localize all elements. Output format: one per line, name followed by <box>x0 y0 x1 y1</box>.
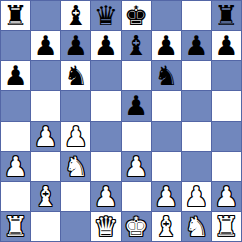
piece-white-pawn[interactable]: ♟ <box>154 183 178 210</box>
square-f3[interactable] <box>152 152 181 181</box>
piece-white-pawn[interactable]: ♟ <box>64 123 88 150</box>
square-g5[interactable] <box>182 91 211 120</box>
square-h8[interactable]: ♜ <box>212 1 241 30</box>
square-f7[interactable]: ♟ <box>152 31 181 60</box>
piece-black-king[interactable]: ♚ <box>124 2 148 29</box>
square-d5[interactable] <box>91 91 120 120</box>
piece-black-pawn[interactable]: ♟ <box>184 32 208 59</box>
piece-black-rook[interactable]: ♜ <box>214 2 238 29</box>
square-h5[interactable] <box>212 91 241 120</box>
square-h6[interactable] <box>212 61 241 90</box>
square-d7[interactable]: ♟ <box>91 31 120 60</box>
square-c7[interactable]: ♟ <box>61 31 90 60</box>
piece-black-queen[interactable]: ♛ <box>94 2 118 29</box>
square-a5[interactable] <box>1 91 30 120</box>
piece-white-knight[interactable]: ♞ <box>64 153 88 180</box>
piece-black-knight[interactable]: ♞ <box>64 62 88 89</box>
piece-white-pawn[interactable]: ♟ <box>124 153 148 180</box>
square-f1[interactable]: ♝ <box>152 212 181 241</box>
square-c5[interactable] <box>61 91 90 120</box>
square-g4[interactable] <box>182 122 211 151</box>
square-g1[interactable]: ♞ <box>182 212 211 241</box>
piece-black-pawn[interactable]: ♟ <box>154 32 178 59</box>
square-e5[interactable]: ♟ <box>122 91 151 120</box>
piece-black-knight[interactable]: ♞ <box>154 62 178 89</box>
square-e6[interactable] <box>122 61 151 90</box>
square-e7[interactable]: ♝ <box>122 31 151 60</box>
square-c1[interactable] <box>61 212 90 241</box>
square-g8[interactable] <box>182 1 211 30</box>
piece-white-king[interactable]: ♚ <box>124 213 148 240</box>
square-e4[interactable] <box>122 122 151 151</box>
square-h4[interactable] <box>212 122 241 151</box>
square-a7[interactable] <box>1 31 30 60</box>
piece-black-pawn[interactable]: ♟ <box>124 92 148 119</box>
square-a4[interactable] <box>1 122 30 151</box>
piece-white-rook[interactable]: ♜ <box>3 213 27 240</box>
square-b8[interactable] <box>31 1 60 30</box>
square-d2[interactable]: ♟ <box>91 182 120 211</box>
piece-white-rook[interactable]: ♜ <box>214 213 238 240</box>
square-a8[interactable]: ♜ <box>1 1 30 30</box>
piece-white-pawn[interactable]: ♟ <box>184 183 208 210</box>
square-e8[interactable]: ♚ <box>122 1 151 30</box>
square-c6[interactable]: ♞ <box>61 61 90 90</box>
piece-black-bishop[interactable]: ♝ <box>64 2 88 29</box>
piece-black-pawn[interactable]: ♟ <box>94 32 118 59</box>
square-h7[interactable]: ♟ <box>212 31 241 60</box>
piece-white-knight[interactable]: ♞ <box>184 213 208 240</box>
square-d6[interactable] <box>91 61 120 90</box>
piece-white-queen[interactable]: ♛ <box>94 213 118 240</box>
piece-black-rook[interactable]: ♜ <box>3 2 27 29</box>
square-b3[interactable] <box>31 152 60 181</box>
piece-black-bishop[interactable]: ♝ <box>124 32 148 59</box>
square-d1[interactable]: ♛ <box>91 212 120 241</box>
square-d3[interactable] <box>91 152 120 181</box>
square-g6[interactable] <box>182 61 211 90</box>
piece-white-bishop[interactable]: ♝ <box>154 213 178 240</box>
square-g3[interactable] <box>182 152 211 181</box>
piece-black-pawn[interactable]: ♟ <box>3 62 27 89</box>
square-b5[interactable] <box>31 91 60 120</box>
square-f8[interactable] <box>152 1 181 30</box>
piece-white-pawn[interactable]: ♟ <box>34 123 58 150</box>
square-h2[interactable]: ♟ <box>212 182 241 211</box>
square-a6[interactable]: ♟ <box>1 61 30 90</box>
square-c4[interactable]: ♟ <box>61 122 90 151</box>
square-e3[interactable]: ♟ <box>122 152 151 181</box>
square-g2[interactable]: ♟ <box>182 182 211 211</box>
square-h3[interactable] <box>212 152 241 181</box>
square-e2[interactable] <box>122 182 151 211</box>
piece-white-pawn[interactable]: ♟ <box>214 183 238 210</box>
square-a1[interactable]: ♜ <box>1 212 30 241</box>
square-e1[interactable]: ♚ <box>122 212 151 241</box>
square-b4[interactable]: ♟ <box>31 122 60 151</box>
chess-board: ♜♝♛♚♜♟♟♟♝♟♟♟♟♞♞♟♟♟♟♞♟♝♟♟♟♟♜♛♚♝♞♜ <box>0 0 242 242</box>
square-a3[interactable]: ♟ <box>1 152 30 181</box>
square-a2[interactable] <box>1 182 30 211</box>
piece-white-bishop[interactable]: ♝ <box>34 183 58 210</box>
piece-white-pawn[interactable]: ♟ <box>3 153 27 180</box>
square-f6[interactable]: ♞ <box>152 61 181 90</box>
square-h1[interactable]: ♜ <box>212 212 241 241</box>
square-g7[interactable]: ♟ <box>182 31 211 60</box>
piece-white-pawn[interactable]: ♟ <box>94 183 118 210</box>
square-b1[interactable] <box>31 212 60 241</box>
piece-black-pawn[interactable]: ♟ <box>34 32 58 59</box>
square-b2[interactable]: ♝ <box>31 182 60 211</box>
square-c3[interactable]: ♞ <box>61 152 90 181</box>
square-d4[interactable] <box>91 122 120 151</box>
square-b7[interactable]: ♟ <box>31 31 60 60</box>
square-c8[interactable]: ♝ <box>61 1 90 30</box>
piece-black-pawn[interactable]: ♟ <box>214 32 238 59</box>
piece-black-pawn[interactable]: ♟ <box>64 32 88 59</box>
square-d8[interactable]: ♛ <box>91 1 120 30</box>
square-b6[interactable] <box>31 61 60 90</box>
square-f5[interactable] <box>152 91 181 120</box>
square-f2[interactable]: ♟ <box>152 182 181 211</box>
square-c2[interactable] <box>61 182 90 211</box>
square-f4[interactable] <box>152 122 181 151</box>
